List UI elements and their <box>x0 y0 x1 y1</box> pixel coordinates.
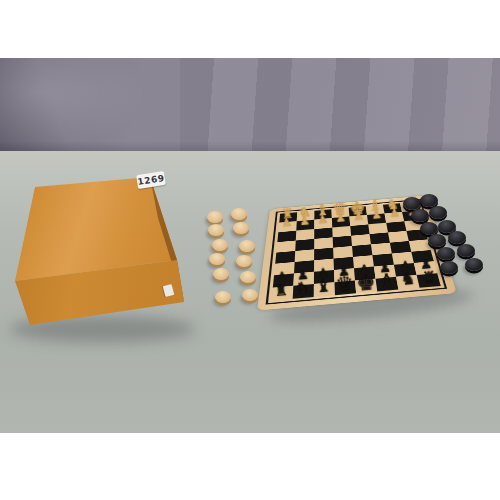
light-draughts-piece <box>239 240 255 252</box>
square-r2c4 <box>350 224 369 235</box>
black-rook: ♜ <box>418 265 441 288</box>
square-r7c0: ♜ <box>272 286 294 301</box>
black-queen: ♛ <box>333 272 356 295</box>
square-r1c1: ♟ <box>296 220 314 231</box>
square-r1c4: ♟ <box>349 215 368 226</box>
dark-draughts-piece <box>440 261 458 274</box>
square-r7c4: ♚ <box>355 279 377 294</box>
dark-draughts-piece <box>428 234 446 247</box>
black-rook: ♜ <box>270 278 293 301</box>
white-pawn: ♟ <box>295 211 315 231</box>
light-draughts-piece <box>236 255 252 267</box>
backdrop-curtain <box>0 58 500 151</box>
white-pawn: ♟ <box>277 213 297 233</box>
black-bishop: ♝ <box>375 268 398 291</box>
curtain-fold <box>0 58 160 158</box>
dark-draughts-piece <box>420 194 438 207</box>
dark-draughts-piece <box>420 222 438 235</box>
dark-draughts-piece <box>448 231 466 244</box>
square-r3c5 <box>370 232 390 244</box>
white-pawn: ♟ <box>313 209 333 229</box>
white-pawn: ♟ <box>367 205 387 225</box>
light-draughts-piece <box>240 271 256 283</box>
square-r1c0: ♟ <box>278 221 296 232</box>
square-r7c2: ♝ <box>314 282 335 297</box>
square-r4c5 <box>371 243 392 255</box>
square-r7c1: ♞ <box>293 284 314 299</box>
auction-photo-stage: 1269 ♜♞♝♛♚♝♞♜♟♟♟♟♟♟♟♟♟♟♟♟♟♟♟♟♜♞♝♛♚♝♞♜ <box>0 0 500 500</box>
light-draughts-piece <box>209 253 225 265</box>
light-draughts-piece <box>213 268 229 280</box>
square-r7c5: ♝ <box>376 277 399 292</box>
square-r1c5: ♟ <box>367 213 386 224</box>
curtain-shading <box>180 58 500 151</box>
white-pawn: ♟ <box>385 203 405 223</box>
light-draughts-piece <box>233 222 249 234</box>
dark-draughts-piece <box>411 209 429 222</box>
dark-draughts-piece <box>457 244 475 257</box>
square-r3c1 <box>295 239 314 251</box>
light-draughts-piece <box>231 208 247 220</box>
square-r3c0 <box>276 241 295 253</box>
light-draughts-piece <box>208 224 224 236</box>
square-r7c7: ♜ <box>417 273 441 287</box>
square-r1c2: ♟ <box>314 218 332 229</box>
square-r1c6: ♟ <box>385 212 405 223</box>
square-r7c3: ♛ <box>334 280 356 295</box>
black-bishop: ♝ <box>312 274 335 297</box>
black-knight: ♞ <box>291 276 314 299</box>
black-king: ♚ <box>354 270 377 293</box>
light-draughts-piece <box>212 239 228 251</box>
black-knight: ♞ <box>397 267 420 290</box>
square-r1c3: ♟ <box>332 217 350 228</box>
light-draughts-piece <box>215 291 231 303</box>
dark-draughts-piece <box>403 197 421 210</box>
square-r3c3 <box>333 236 352 248</box>
light-draughts-piece <box>242 289 258 301</box>
square-r7c6: ♞ <box>396 275 419 290</box>
dark-draughts-piece <box>437 247 455 260</box>
dark-draughts-piece <box>465 258 483 271</box>
dark-draughts-piece <box>429 206 447 219</box>
light-draughts-piece <box>207 211 223 223</box>
white-pawn: ♟ <box>349 206 369 226</box>
white-pawn: ♟ <box>331 208 351 228</box>
photo-area: 1269 ♜♞♝♛♚♝♞♜♟♟♟♟♟♟♟♟♟♟♟♟♟♟♟♟♜♞♝♛♚♝♞♜ <box>0 58 500 433</box>
